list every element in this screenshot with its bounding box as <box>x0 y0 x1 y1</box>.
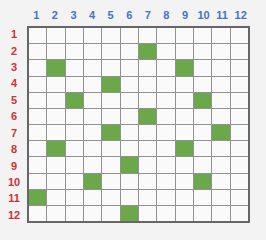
grid-cell-r11-c3[interactable] <box>66 190 83 205</box>
grid-cell-r7-c6[interactable] <box>121 125 138 140</box>
grid-cell-r7-c4[interactable] <box>84 125 101 140</box>
grid-cell-r5-c2[interactable] <box>47 93 64 108</box>
grid-cell-r6-c1[interactable] <box>29 109 46 124</box>
grid-cell-r3-c3[interactable] <box>66 60 83 75</box>
grid-cell-r6-c9[interactable] <box>176 109 193 124</box>
grid-cell-r9-c11[interactable] <box>212 157 229 172</box>
grid-cell-r7-c7[interactable] <box>139 125 156 140</box>
grid-cell-r12-c1[interactable] <box>29 206 46 221</box>
grid-cell-r8-c6[interactable] <box>121 141 138 156</box>
grid-cell-r12-c2[interactable] <box>47 206 64 221</box>
grid-cell-r6-c2[interactable] <box>47 109 64 124</box>
grid-cell-r3-c6[interactable] <box>121 60 138 75</box>
grid-cell-r4-c10[interactable] <box>194 77 211 92</box>
grid-cell-r1-c2[interactable] <box>47 28 64 43</box>
grid-cell-r5-c8[interactable] <box>157 93 174 108</box>
row-label-3: 3 <box>4 59 24 75</box>
grid-cell-r1-c6[interactable] <box>121 28 138 43</box>
grid-cell-r2-c11[interactable] <box>212 44 229 59</box>
row-label-5: 5 <box>4 92 24 108</box>
grid-cell-r2-c1[interactable] <box>29 44 46 59</box>
grid-cell-r10-c9[interactable] <box>176 174 193 189</box>
row-label-10: 10 <box>4 174 24 190</box>
grid-cell-r1-c8[interactable] <box>157 28 174 43</box>
marked-cell-r5-c3[interactable] <box>66 93 83 108</box>
column-label-1: 1 <box>27 7 46 23</box>
grid-cell-r6-c5[interactable] <box>102 109 119 124</box>
marked-cell-r10-c4[interactable] <box>84 174 101 189</box>
grid-cell-r11-c12[interactable] <box>231 190 248 205</box>
grid-cell-r5-c9[interactable] <box>176 93 193 108</box>
row-label-4: 4 <box>4 75 24 91</box>
row-label-11: 11 <box>4 190 24 206</box>
column-label-10: 10 <box>194 7 213 23</box>
column-label-7: 7 <box>139 7 158 23</box>
column-label-9: 9 <box>176 7 195 23</box>
grid-cell-r10-c3[interactable] <box>66 174 83 189</box>
row-label-6: 6 <box>4 108 24 124</box>
grid-cell-r3-c11[interactable] <box>212 60 229 75</box>
grid-cell-r6-c12[interactable] <box>231 109 248 124</box>
marked-cell-r4-c5[interactable] <box>102 77 119 92</box>
grid-cell-r7-c12[interactable] <box>231 125 248 140</box>
grid-cell-r6-c6[interactable] <box>121 109 138 124</box>
grid-cell-r7-c9[interactable] <box>176 125 193 140</box>
grid-cell-r4-c3[interactable] <box>66 77 83 92</box>
grid-cell-r3-c5[interactable] <box>102 60 119 75</box>
column-label-4: 4 <box>83 7 102 23</box>
grid-cell-r6-c10[interactable] <box>194 109 211 124</box>
grid-cell-r6-c4[interactable] <box>84 109 101 124</box>
grid-cell-r12-c9[interactable] <box>176 206 193 221</box>
grid-cell-r7-c2[interactable] <box>47 125 64 140</box>
grid-cell-r4-c7[interactable] <box>139 77 156 92</box>
puzzle-board <box>27 26 250 223</box>
grid-cell-r12-c3[interactable] <box>66 206 83 221</box>
row-label-9: 9 <box>4 157 24 173</box>
grid-cell-r3-c1[interactable] <box>29 60 46 75</box>
grid-cell-r5-c11[interactable] <box>212 93 229 108</box>
grid-cell-r1-c10[interactable] <box>194 28 211 43</box>
marked-cell-r8-c9[interactable] <box>176 141 193 156</box>
marked-cell-r7-c11[interactable] <box>212 125 229 140</box>
grid-cell-r11-c2[interactable] <box>47 190 64 205</box>
grid-cell-r10-c2[interactable] <box>47 174 64 189</box>
grid-cell-r11-c4[interactable] <box>84 190 101 205</box>
marked-cell-r2-c7[interactable] <box>139 44 156 59</box>
grid-cell-r10-c1[interactable] <box>29 174 46 189</box>
grid-cell-r2-c8[interactable] <box>157 44 174 59</box>
grid-cell-r8-c7[interactable] <box>139 141 156 156</box>
grid-cell-r9-c4[interactable] <box>84 157 101 172</box>
grid-cell-r9-c1[interactable] <box>29 157 46 172</box>
grid-cell-r3-c8[interactable] <box>157 60 174 75</box>
grid-cell-r12-c7[interactable] <box>139 206 156 221</box>
grid-cell-r6-c8[interactable] <box>157 109 174 124</box>
grid-cell-r9-c3[interactable] <box>66 157 83 172</box>
column-label-8: 8 <box>157 7 176 23</box>
grid-cell-r1-c4[interactable] <box>84 28 101 43</box>
row-label-12: 12 <box>4 207 24 223</box>
grid-cell-r9-c9[interactable] <box>176 157 193 172</box>
grid-cell-r8-c8[interactable] <box>157 141 174 156</box>
grid-cell-r3-c10[interactable] <box>194 60 211 75</box>
grid-cell-r10-c11[interactable] <box>212 174 229 189</box>
grid-cell-r5-c4[interactable] <box>84 93 101 108</box>
grid-cell-r9-c10[interactable] <box>194 157 211 172</box>
grid-cell-r8-c4[interactable] <box>84 141 101 156</box>
column-label-5: 5 <box>101 7 120 23</box>
grid-cell-r1-c1[interactable] <box>29 28 46 43</box>
grid-cell-r11-c7[interactable] <box>139 190 156 205</box>
grid-cell-r11-c8[interactable] <box>157 190 174 205</box>
grid-cell-r5-c7[interactable] <box>139 93 156 108</box>
grid-cell-r2-c9[interactable] <box>176 44 193 59</box>
grid-cell-r9-c2[interactable] <box>47 157 64 172</box>
grid-cell-r5-c12[interactable] <box>231 93 248 108</box>
grid-cell-r4-c11[interactable] <box>212 77 229 92</box>
marked-cell-r6-c7[interactable] <box>139 109 156 124</box>
row-label-2: 2 <box>4 42 24 58</box>
grid-cell-r8-c10[interactable] <box>194 141 211 156</box>
grid-cell-r5-c6[interactable] <box>121 93 138 108</box>
grid-cell-r8-c1[interactable] <box>29 141 46 156</box>
row-label-1: 1 <box>4 26 24 42</box>
grid-cell-r6-c3[interactable] <box>66 109 83 124</box>
column-label-2: 2 <box>46 7 65 23</box>
grid-cell-r2-c5[interactable] <box>102 44 119 59</box>
grid-cell-r7-c3[interactable] <box>66 125 83 140</box>
puzzle-stage: 123456789101112 123456789101112 <box>0 0 266 240</box>
grid-cell-r10-c12[interactable] <box>231 174 248 189</box>
grid-cell-r2-c10[interactable] <box>194 44 211 59</box>
grid-cell-r1-c11[interactable] <box>212 28 229 43</box>
row-label-7: 7 <box>4 124 24 140</box>
grid-cell-r10-c8[interactable] <box>157 174 174 189</box>
marked-cell-r9-c6[interactable] <box>121 157 138 172</box>
grid-cell-r2-c4[interactable] <box>84 44 101 59</box>
grid-cell-r12-c5[interactable] <box>102 206 119 221</box>
grid-cell-r3-c12[interactable] <box>231 60 248 75</box>
grid-cell-r4-c9[interactable] <box>176 77 193 92</box>
grid-cell-r10-c5[interactable] <box>102 174 119 189</box>
grid-cell-r11-c10[interactable] <box>194 190 211 205</box>
grid-cell-r12-c11[interactable] <box>212 206 229 221</box>
grid-cell-r9-c7[interactable] <box>139 157 156 172</box>
grid-cell-r10-c6[interactable] <box>121 174 138 189</box>
grid-cell-r1-c5[interactable] <box>102 28 119 43</box>
grid-cell-r5-c5[interactable] <box>102 93 119 108</box>
grid-cell-r6-c11[interactable] <box>212 109 229 124</box>
marked-cell-r5-c10[interactable] <box>194 93 211 108</box>
row-labels: 123456789101112 <box>4 26 24 223</box>
grid-cell-r8-c5[interactable] <box>102 141 119 156</box>
grid-cell-r11-c11[interactable] <box>212 190 229 205</box>
grid-cell-r4-c2[interactable] <box>47 77 64 92</box>
grid-cell-r4-c4[interactable] <box>84 77 101 92</box>
marked-cell-r7-c5[interactable] <box>102 125 119 140</box>
grid-cell-r9-c5[interactable] <box>102 157 119 172</box>
grid-cell-r2-c2[interactable] <box>47 44 64 59</box>
grid-cell-r1-c9[interactable] <box>176 28 193 43</box>
grid-cell-r10-c7[interactable] <box>139 174 156 189</box>
grid-cell-r4-c8[interactable] <box>157 77 174 92</box>
grid-cell-r2-c12[interactable] <box>231 44 248 59</box>
grid-cell-r12-c8[interactable] <box>157 206 174 221</box>
grid-cell-r4-c1[interactable] <box>29 77 46 92</box>
grid-cell-r9-c8[interactable] <box>157 157 174 172</box>
grid-cell-r8-c3[interactable] <box>66 141 83 156</box>
marked-cell-r3-c2[interactable] <box>47 60 64 75</box>
column-label-11: 11 <box>213 7 232 23</box>
marked-cell-r10-c10[interactable] <box>194 174 211 189</box>
grid-cell-r1-c7[interactable] <box>139 28 156 43</box>
grid-cell-r2-c6[interactable] <box>121 44 138 59</box>
grid-cell-r3-c4[interactable] <box>84 60 101 75</box>
marked-cell-r12-c6[interactable] <box>121 206 138 221</box>
grid-cell-r2-c3[interactable] <box>66 44 83 59</box>
grid-cell-r9-c12[interactable] <box>231 157 248 172</box>
grid-cell-r12-c12[interactable] <box>231 206 248 221</box>
grid-cell-r3-c7[interactable] <box>139 60 156 75</box>
column-label-12: 12 <box>231 7 250 23</box>
grid-cell-r7-c8[interactable] <box>157 125 174 140</box>
row-label-8: 8 <box>4 141 24 157</box>
column-label-6: 6 <box>120 7 139 23</box>
marked-cell-r3-c9[interactable] <box>176 60 193 75</box>
grid-cell-r7-c1[interactable] <box>29 125 46 140</box>
grid-cell-r11-c6[interactable] <box>121 190 138 205</box>
marked-cell-r8-c2[interactable] <box>47 141 64 156</box>
grid-cell-r7-c10[interactable] <box>194 125 211 140</box>
grid-cell-r1-c12[interactable] <box>231 28 248 43</box>
grid-cell-r4-c6[interactable] <box>121 77 138 92</box>
grid-cell-r4-c12[interactable] <box>231 77 248 92</box>
grid-cell-r8-c11[interactable] <box>212 141 229 156</box>
grid-cell-r5-c1[interactable] <box>29 93 46 108</box>
grid-cell-r12-c10[interactable] <box>194 206 211 221</box>
column-label-3: 3 <box>64 7 83 23</box>
grid-cell-r12-c4[interactable] <box>84 206 101 221</box>
grid-cell-r1-c3[interactable] <box>66 28 83 43</box>
grid-cell-r11-c9[interactable] <box>176 190 193 205</box>
marked-cell-r11-c1[interactable] <box>29 190 46 205</box>
column-labels: 123456789101112 <box>27 7 250 23</box>
grid-cell-r8-c12[interactable] <box>231 141 248 156</box>
grid-cell-r11-c5[interactable] <box>102 190 119 205</box>
